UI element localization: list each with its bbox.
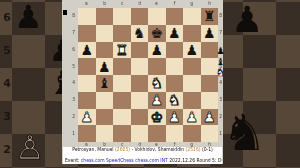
square-f1[interactable] [166,125,184,142]
file-label: a [78,1,96,7]
square-g5[interactable] [183,58,201,75]
video-frame: { "game": "chess", "position": { "fen": … [0,0,300,168]
bg-rank-label: 3 [2,110,12,123]
material-white-knight-icon: ♞ [216,68,225,78]
diagram-panel: abcdefgh 87654321 ♜♞♚♟♟♟♜♟♟♟♝♞♟♞♟♚♟♟♟ 87… [62,0,223,164]
square-a4[interactable] [78,75,96,92]
file-label: f [166,1,184,7]
square-b3[interactable] [96,92,114,109]
piece-white-rook: ♜ [115,42,128,56]
square-c6[interactable]: ♜ [113,42,131,59]
square-g1[interactable] [183,125,201,142]
event-round: Round 5: [196,158,216,163]
square-h7[interactable]: ♟ [201,25,219,42]
bg-rank-label: 4 [2,77,12,90]
square-a8[interactable] [78,8,96,25]
rank-label: 2 [218,109,223,126]
square-b8[interactable] [96,8,114,25]
square-g8[interactable] [183,8,201,25]
square-e5[interactable] [148,58,166,75]
material-black-bishop-icon: ♝ [216,57,225,67]
piece-white-pawn: ♟ [168,109,181,123]
piece-black-pawn: ♟ [80,42,93,56]
file-label: g [183,1,201,7]
square-d6[interactable] [131,42,149,59]
square-e8[interactable] [148,8,166,25]
rank-label: 2 [62,109,77,126]
chess-board: ♜♞♚♟♟♟♜♟♟♟♝♞♟♞♟♚♟♟♟ [78,8,218,142]
square-c2[interactable] [113,109,131,126]
square-e7[interactable]: ♚ [148,25,166,42]
piece-white-king: ♚ [150,109,163,123]
game-caption: Petrosyan, Manuel (2605) - Vokhidov, Sha… [63,147,222,164]
file-label: c [113,1,131,7]
file-label: b [96,1,114,7]
square-b5[interactable]: ♟ [96,58,114,75]
square-a3[interactable] [78,92,96,109]
event-label: Event: [65,158,79,163]
square-d1[interactable] [131,125,149,142]
square-b6[interactable] [96,42,114,59]
square-f8[interactable] [166,8,184,25]
piece-black-knight: ♞ [133,26,146,40]
square-b2[interactable] [96,109,114,126]
square-b7[interactable] [96,25,114,42]
bg-white-pawn-icon: ♙ [15,131,45,164]
square-d2[interactable] [131,109,149,126]
piece-black-rook: ♜ [203,9,216,23]
square-a7[interactable] [78,25,96,42]
event-line: Event: chess.com SpeedChess chess.com IN… [63,158,222,164]
square-e6[interactable]: ♟ [148,42,166,59]
square-a2[interactable]: ♟ [78,109,96,126]
square-d8[interactable] [131,8,149,25]
square-f2[interactable]: ♟ [166,109,184,126]
square-g6[interactable]: ♟ [183,42,201,59]
square-g3[interactable] [183,92,201,109]
square-f5[interactable] [166,58,184,75]
rank-label: 1 [62,125,77,142]
square-c3[interactable] [113,92,131,109]
square-g7[interactable] [183,25,201,42]
file-label: e [148,1,166,7]
piece-white-pawn: ♟ [185,109,198,123]
piece-black-king: ♚ [150,26,163,40]
event-site-link[interactable]: chess.com INT [135,158,168,163]
black-player-rating: (2516) [186,147,201,152]
players-separator: - [131,147,133,152]
rank-label: 3 [62,92,77,109]
bg-black-knight-icon: ♞ [222,108,267,158]
square-f3[interactable]: ♞ [166,92,184,109]
white-player-rating: (2605) [115,147,130,152]
square-d7[interactable]: ♞ [131,25,149,42]
square-h8[interactable]: ♜ [201,8,219,25]
square-a1[interactable] [78,125,96,142]
square-f7[interactable]: ♟ [166,25,184,42]
square-c5[interactable] [113,58,131,75]
square-a5[interactable] [78,58,96,75]
square-e4[interactable]: ♞ [148,75,166,92]
rank-label: 8 [62,8,77,25]
file-label: d [131,1,149,7]
piece-black-bishop: ♝ [98,76,111,90]
piece-white-pawn: ♟ [203,109,216,123]
game-result: (0-1) [202,147,213,152]
square-c8[interactable] [113,8,131,25]
square-d3[interactable] [131,92,149,109]
piece-white-knight: ♞ [150,76,163,90]
square-h3[interactable] [201,92,219,109]
square-a6[interactable]: ♟ [78,42,96,59]
white-player-name: Petrosyan, Manuel [72,147,113,152]
square-h2[interactable]: ♟ [201,109,219,126]
rank-label: 3 [218,92,223,109]
square-d4[interactable] [131,75,149,92]
rank-label: 5 [62,58,77,75]
square-e2[interactable]: ♚ [148,109,166,126]
square-e3[interactable]: ♟ [148,92,166,109]
piece-black-pawn: ♟ [185,42,198,56]
rank-label: 6 [62,42,77,59]
square-g2[interactable]: ♟ [183,109,201,126]
square-h1[interactable] [201,125,219,142]
bg-rank-label: 2 [2,143,12,156]
players-line: Petrosyan, Manuel (2605) - Vokhidov, Sha… [63,147,222,153]
square-f4[interactable] [166,75,184,92]
piece-black-pawn: ♟ [98,59,111,73]
rank-labels-left: 87654321 [62,8,77,142]
piece-white-pawn: ♟ [150,93,163,107]
square-e1[interactable] [148,125,166,142]
rank-label: 4 [62,75,77,92]
piece-black-pawn: ♟ [150,42,163,56]
event-eco: D03 [218,158,222,163]
material-balance-tray: ♟ ♝ ♞ [215,47,226,78]
bg-rank-label: 6 [2,11,12,24]
square-f6[interactable] [166,42,184,59]
rank-label: 8 [218,8,223,25]
file-label: h [201,1,219,7]
bg-black-pawn-icon: ♟ [14,1,43,33]
rank-label: 1 [218,125,223,142]
piece-white-pawn: ♟ [80,109,93,123]
event-date: 2022.12.26 [169,158,195,163]
square-b4[interactable]: ♝ [96,75,114,92]
square-d5[interactable] [131,58,149,75]
rank-label: 7 [218,25,223,42]
square-b1[interactable] [96,125,114,142]
black-player-name: Vokhidov, Shamsiddin [135,147,185,152]
bg-black-pawn-icon: ♟ [231,2,263,38]
material-black-pawn-icon: ♟ [216,47,224,56]
rank-label: 7 [62,25,77,42]
square-c1[interactable] [113,125,131,142]
bg-rank-label: 5 [2,44,12,57]
square-g4[interactable] [183,75,201,92]
piece-black-pawn: ♟ [203,26,216,40]
square-c7[interactable] [113,25,131,42]
file-labels-top: abcdefgh [78,1,218,7]
piece-white-knight: ♞ [168,93,181,107]
event-name-link[interactable]: chess.com SpeedChess [81,158,134,163]
square-c4[interactable] [113,75,131,92]
piece-black-pawn: ♟ [168,26,181,40]
